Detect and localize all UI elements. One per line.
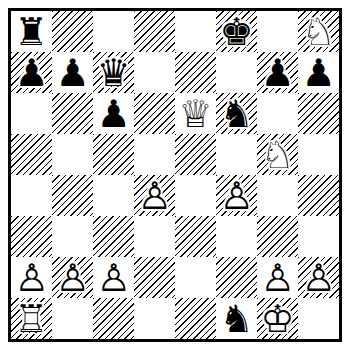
square-d1[interactable] — [134, 298, 175, 339]
square-b3[interactable] — [52, 216, 93, 257]
square-f1[interactable]: ♞ — [216, 298, 257, 339]
chess-board: ♜♚♞♘♟♟♛♟♟♟♛♕♞♞♘♟♙♟♙♟♙♟♙♟♙♟♙♟♙♜♖♞♚♔ — [8, 8, 342, 342]
piece-white-pawn[interactable]: ♟♙ — [52, 257, 93, 298]
square-b5[interactable] — [52, 134, 93, 175]
square-h8[interactable]: ♞♘ — [298, 11, 339, 52]
square-a1[interactable]: ♜♖ — [11, 298, 52, 339]
square-g2[interactable]: ♟♙ — [257, 257, 298, 298]
white-pawn-outline-glyph: ♙ — [257, 257, 298, 298]
white-knight-outline-glyph: ♘ — [298, 11, 339, 52]
square-h5[interactable] — [298, 134, 339, 175]
white-pawn-outline-glyph: ♙ — [52, 257, 93, 298]
white-pawn-outline-glyph: ♙ — [216, 175, 257, 216]
square-f2[interactable] — [216, 257, 257, 298]
square-f7[interactable] — [216, 52, 257, 93]
square-f6[interactable]: ♞ — [216, 93, 257, 134]
piece-white-pawn[interactable]: ♟♙ — [134, 175, 175, 216]
black-king-glyph: ♚ — [216, 11, 257, 52]
square-h1[interactable] — [298, 298, 339, 339]
piece-black-knight[interactable]: ♞ — [216, 93, 257, 134]
square-c7[interactable]: ♛ — [93, 52, 134, 93]
square-b4[interactable] — [52, 175, 93, 216]
white-queen-outline-glyph: ♕ — [175, 93, 216, 134]
square-d3[interactable] — [134, 216, 175, 257]
white-pawn-outline-glyph: ♙ — [134, 175, 175, 216]
piece-black-knight[interactable]: ♞ — [216, 298, 257, 339]
square-e5[interactable] — [175, 134, 216, 175]
white-pawn-outline-glyph: ♙ — [11, 257, 52, 298]
square-b2[interactable]: ♟♙ — [52, 257, 93, 298]
white-pawn-outline-glyph: ♙ — [93, 257, 134, 298]
square-e2[interactable] — [175, 257, 216, 298]
square-e3[interactable] — [175, 216, 216, 257]
square-a5[interactable] — [11, 134, 52, 175]
square-e6[interactable]: ♛♕ — [175, 93, 216, 134]
piece-black-king[interactable]: ♚ — [216, 11, 257, 52]
black-pawn-glyph: ♟ — [298, 52, 339, 93]
piece-white-pawn[interactable]: ♟♙ — [93, 257, 134, 298]
square-c4[interactable] — [93, 175, 134, 216]
square-d6[interactable] — [134, 93, 175, 134]
piece-white-pawn[interactable]: ♟♙ — [216, 175, 257, 216]
square-b1[interactable] — [52, 298, 93, 339]
piece-white-knight[interactable]: ♞♘ — [298, 11, 339, 52]
square-g6[interactable] — [257, 93, 298, 134]
square-g7[interactable]: ♟ — [257, 52, 298, 93]
square-e1[interactable] — [175, 298, 216, 339]
square-h4[interactable] — [298, 175, 339, 216]
piece-white-pawn[interactable]: ♟♙ — [298, 257, 339, 298]
square-d8[interactable] — [134, 11, 175, 52]
square-a7[interactable]: ♟ — [11, 52, 52, 93]
square-e8[interactable] — [175, 11, 216, 52]
square-e7[interactable] — [175, 52, 216, 93]
black-knight-glyph: ♞ — [216, 93, 257, 134]
square-g8[interactable] — [257, 11, 298, 52]
square-c2[interactable]: ♟♙ — [93, 257, 134, 298]
piece-white-pawn[interactable]: ♟♙ — [257, 257, 298, 298]
piece-white-knight[interactable]: ♞♘ — [257, 134, 298, 175]
square-g1[interactable]: ♚♔ — [257, 298, 298, 339]
white-knight-outline-glyph: ♘ — [257, 134, 298, 175]
black-pawn-glyph: ♟ — [257, 52, 298, 93]
white-pawn-outline-glyph: ♙ — [298, 257, 339, 298]
square-d2[interactable] — [134, 257, 175, 298]
square-g4[interactable] — [257, 175, 298, 216]
piece-white-king[interactable]: ♚♔ — [257, 298, 298, 339]
piece-black-pawn[interactable]: ♟ — [298, 52, 339, 93]
black-pawn-glyph: ♟ — [93, 93, 134, 134]
black-pawn-glyph: ♟ — [11, 52, 52, 93]
white-king-outline-glyph: ♔ — [257, 298, 298, 339]
piece-black-pawn[interactable]: ♟ — [257, 52, 298, 93]
piece-black-rook[interactable]: ♜ — [11, 11, 52, 52]
white-rook-outline-glyph: ♖ — [11, 298, 52, 339]
square-b7[interactable]: ♟ — [52, 52, 93, 93]
square-e4[interactable] — [175, 175, 216, 216]
square-c8[interactable] — [93, 11, 134, 52]
square-f4[interactable]: ♟♙ — [216, 175, 257, 216]
piece-white-rook[interactable]: ♜♖ — [11, 298, 52, 339]
square-h2[interactable]: ♟♙ — [298, 257, 339, 298]
black-pawn-glyph: ♟ — [52, 52, 93, 93]
square-d4[interactable]: ♟♙ — [134, 175, 175, 216]
black-rook-glyph: ♜ — [11, 11, 52, 52]
piece-black-pawn[interactable]: ♟ — [93, 93, 134, 134]
square-c6[interactable]: ♟ — [93, 93, 134, 134]
square-g5[interactable]: ♞♘ — [257, 134, 298, 175]
square-b8[interactable] — [52, 11, 93, 52]
square-h7[interactable]: ♟ — [298, 52, 339, 93]
square-d5[interactable] — [134, 134, 175, 175]
square-c3[interactable] — [93, 216, 134, 257]
square-f3[interactable] — [216, 216, 257, 257]
square-b6[interactable] — [52, 93, 93, 134]
square-a2[interactable]: ♟♙ — [11, 257, 52, 298]
square-d7[interactable] — [134, 52, 175, 93]
black-knight-glyph: ♞ — [216, 298, 257, 339]
square-c5[interactable] — [93, 134, 134, 175]
piece-white-pawn[interactable]: ♟♙ — [11, 257, 52, 298]
square-f8[interactable]: ♚ — [216, 11, 257, 52]
square-c1[interactable] — [93, 298, 134, 339]
square-a8[interactable]: ♜ — [11, 11, 52, 52]
square-h6[interactable] — [298, 93, 339, 134]
black-queen-glyph: ♛ — [93, 52, 134, 93]
square-a4[interactable] — [11, 175, 52, 216]
piece-black-pawn[interactable]: ♟ — [11, 52, 52, 93]
piece-white-queen[interactable]: ♛♕ — [175, 93, 216, 134]
square-h3[interactable] — [298, 216, 339, 257]
square-g3[interactable] — [257, 216, 298, 257]
piece-black-queen[interactable]: ♛ — [93, 52, 134, 93]
square-a6[interactable] — [11, 93, 52, 134]
square-f5[interactable] — [216, 134, 257, 175]
chess-diagram: ♜♚♞♘♟♟♛♟♟♟♛♕♞♞♘♟♙♟♙♟♙♟♙♟♙♟♙♟♙♜♖♞♚♔ — [0, 0, 350, 350]
piece-black-pawn[interactable]: ♟ — [52, 52, 93, 93]
square-a3[interactable] — [11, 216, 52, 257]
